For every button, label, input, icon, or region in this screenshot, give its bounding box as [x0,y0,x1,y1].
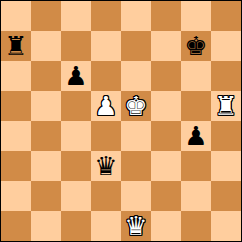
piece-black-queen: ♛ [94,151,117,181]
square-h5[interactable]: ♜ [211,91,241,121]
square-a3[interactable] [1,151,31,181]
square-g7[interactable]: ♚ [181,31,211,61]
piece-white-king: ♚ [124,91,147,121]
square-f4[interactable] [151,121,181,151]
square-b1[interactable] [31,211,61,241]
square-a7[interactable]: ♜ [1,31,31,61]
square-d6[interactable] [91,61,121,91]
piece-black-pawn: ♟ [64,61,87,91]
square-f7[interactable] [151,31,181,61]
square-c3[interactable] [61,151,91,181]
square-h7[interactable] [211,31,241,61]
piece-black-pawn: ♟ [184,121,207,151]
square-b8[interactable] [31,1,61,31]
square-e5[interactable]: ♚ [121,91,151,121]
square-d1[interactable] [91,211,121,241]
square-f3[interactable] [151,151,181,181]
square-e4[interactable] [121,121,151,151]
chess-diagram: ♜♚♟♟♚♜♟♛♛ [0,0,242,242]
square-d4[interactable] [91,121,121,151]
square-b5[interactable] [31,91,61,121]
square-g2[interactable] [181,181,211,211]
square-b2[interactable] [31,181,61,211]
square-h4[interactable] [211,121,241,151]
square-d2[interactable] [91,181,121,211]
square-a8[interactable] [1,1,31,31]
square-g1[interactable] [181,211,211,241]
square-a2[interactable] [1,181,31,211]
square-d8[interactable] [91,1,121,31]
square-b7[interactable] [31,31,61,61]
piece-white-rook: ♜ [214,91,237,121]
piece-black-rook: ♜ [4,31,27,61]
square-g6[interactable] [181,61,211,91]
square-c6[interactable]: ♟ [61,61,91,91]
square-g5[interactable] [181,91,211,121]
square-d5[interactable]: ♟ [91,91,121,121]
square-c7[interactable] [61,31,91,61]
square-a1[interactable] [1,211,31,241]
square-c2[interactable] [61,181,91,211]
chess-board: ♜♚♟♟♚♜♟♛♛ [0,0,242,242]
piece-white-pawn: ♟ [94,91,117,121]
square-b6[interactable] [31,61,61,91]
square-e8[interactable] [121,1,151,31]
square-e2[interactable] [121,181,151,211]
piece-black-king: ♚ [184,31,207,61]
square-c5[interactable] [61,91,91,121]
square-c8[interactable] [61,1,91,31]
square-f6[interactable] [151,61,181,91]
piece-white-queen: ♛ [124,211,147,241]
square-h2[interactable] [211,181,241,211]
square-h3[interactable] [211,151,241,181]
square-a4[interactable] [1,121,31,151]
square-g8[interactable] [181,1,211,31]
square-h1[interactable] [211,211,241,241]
square-b4[interactable] [31,121,61,151]
square-f5[interactable] [151,91,181,121]
square-e1[interactable]: ♛ [121,211,151,241]
square-h8[interactable] [211,1,241,31]
square-d3[interactable]: ♛ [91,151,121,181]
square-e6[interactable] [121,61,151,91]
square-h6[interactable] [211,61,241,91]
square-e7[interactable] [121,31,151,61]
square-a5[interactable] [1,91,31,121]
square-f2[interactable] [151,181,181,211]
square-b3[interactable] [31,151,61,181]
square-d7[interactable] [91,31,121,61]
square-c1[interactable] [61,211,91,241]
square-g4[interactable]: ♟ [181,121,211,151]
square-f1[interactable] [151,211,181,241]
square-e3[interactable] [121,151,151,181]
square-g3[interactable] [181,151,211,181]
square-c4[interactable] [61,121,91,151]
square-f8[interactable] [151,1,181,31]
square-a6[interactable] [1,61,31,91]
